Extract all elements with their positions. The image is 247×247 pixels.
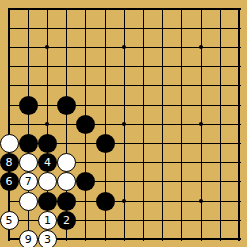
- star-point: [122, 45, 126, 49]
- stone-black: [57, 192, 76, 211]
- star-point: [199, 199, 203, 203]
- move-number-label: 7: [25, 176, 32, 187]
- stone-black-move-6: 6: [0, 172, 19, 191]
- stone-white: [57, 153, 76, 172]
- go-board: 846751293: [0, 0, 247, 247]
- stone-black: [38, 192, 57, 211]
- stone-white-move-3: 3: [38, 230, 57, 247]
- move-number-label: 2: [63, 215, 70, 226]
- stone-black: [96, 134, 115, 153]
- move-number-label: 5: [6, 215, 13, 226]
- stone-white: [57, 172, 76, 191]
- move-number-label: 6: [6, 176, 13, 187]
- stone-white-move-9: 9: [19, 230, 38, 247]
- grid-line-vertical: [143, 8, 144, 241]
- stone-black: [76, 172, 95, 191]
- star-point: [199, 122, 203, 126]
- stone-white-move-5: 5: [0, 211, 19, 230]
- grid-line-vertical: [238, 8, 240, 241]
- stone-black: [96, 192, 115, 211]
- star-point: [122, 122, 126, 126]
- stone-white: [19, 153, 38, 172]
- move-number-label: 8: [6, 157, 13, 168]
- grid-line-vertical: [220, 8, 221, 241]
- stone-black: [19, 96, 38, 115]
- stone-white-move-1: 1: [38, 211, 57, 230]
- star-point: [199, 45, 203, 49]
- stone-white: [0, 134, 19, 153]
- stone-black: [57, 96, 76, 115]
- stone-black: [76, 115, 95, 134]
- stone-white-move-7: 7: [19, 172, 38, 191]
- stone-black: [38, 134, 57, 153]
- star-point: [122, 199, 126, 203]
- move-number-label: 1: [44, 215, 51, 226]
- stone-white: [38, 172, 57, 191]
- stone-black-move-8: 8: [0, 153, 19, 172]
- grid-line-vertical: [162, 8, 163, 241]
- star-point: [45, 45, 49, 49]
- stone-black-move-4: 4: [38, 153, 57, 172]
- star-point: [45, 122, 49, 126]
- move-number-label: 3: [44, 234, 51, 245]
- grid-line-vertical: [181, 8, 182, 241]
- stone-black: [19, 134, 38, 153]
- stone-white: [19, 192, 38, 211]
- move-number-label: 4: [44, 157, 51, 168]
- move-number-label: 9: [25, 234, 32, 245]
- stone-black-move-2: 2: [57, 211, 76, 230]
